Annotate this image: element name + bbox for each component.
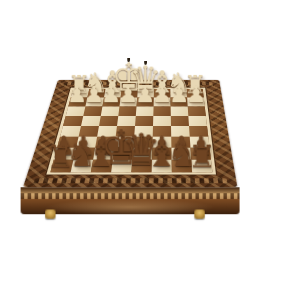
square-c3[interactable] <box>153 106 171 115</box>
finial-tip-icon <box>144 56 147 64</box>
square-a3[interactable] <box>188 106 206 115</box>
brass-hinge-right-icon <box>194 209 204 218</box>
brass-hinge-left-icon <box>45 209 55 218</box>
white-pawn[interactable]: ♟ <box>186 83 206 106</box>
chess-set-scene: ♜♞♝♚♛♝♞♜♟♟♟♟♟♟♟♟♟♟♟♟♟♟♟♟♜♞♝♚♛♝♞♜ <box>0 0 300 300</box>
chess-board[interactable]: ♜♞♝♚♛♝♞♜♟♟♟♟♟♟♟♟♟♟♟♟♟♟♟♟♜♞♝♚♛♝♞♜ <box>50 89 212 172</box>
box-front-face <box>21 187 240 214</box>
brown-rook[interactable]: ♜ <box>189 141 216 171</box>
square-e3[interactable] <box>118 106 136 115</box>
square-a8[interactable]: ♜ <box>191 160 212 173</box>
square-b4[interactable] <box>171 116 189 126</box>
square-a4[interactable] <box>188 116 207 126</box>
carved-chess-box: ♜♞♝♚♛♝♞♜♟♟♟♟♟♟♟♟♟♟♟♟♟♟♟♟♜♞♝♚♛♝♞♜ <box>23 80 238 187</box>
square-a2[interactable]: ♟ <box>187 97 205 106</box>
square-g4[interactable] <box>81 116 101 126</box>
square-g3[interactable] <box>83 106 102 115</box>
square-b3[interactable] <box>171 106 189 115</box>
square-d3[interactable] <box>136 106 154 115</box>
square-f3[interactable] <box>101 106 120 115</box>
photo-background: ♜♞♝♚♛♝♞♜♟♟♟♟♟♟♟♟♟♟♟♟♟♟♟♟♜♞♝♚♛♝♞♜ <box>0 0 300 300</box>
